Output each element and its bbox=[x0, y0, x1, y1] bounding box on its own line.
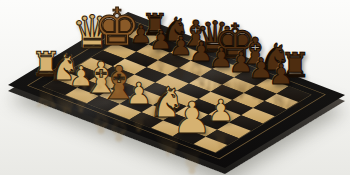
black-pawn[interactable]: ♟ bbox=[268, 61, 293, 89]
chess-set-photo: ♜♜♞♞♝♝♛♛♚♚♝♝♞♞♜♜♟♟♟♟♟♟♟♟♟♟♟♟♟♟♟♟♜♜♞♞♟♟♝♝… bbox=[0, 0, 350, 175]
white-pawn[interactable]: ♟ bbox=[208, 96, 235, 126]
white-king[interactable]: ♚ bbox=[94, 1, 141, 53]
white-pawn[interactable]: ♟ bbox=[172, 96, 211, 140]
